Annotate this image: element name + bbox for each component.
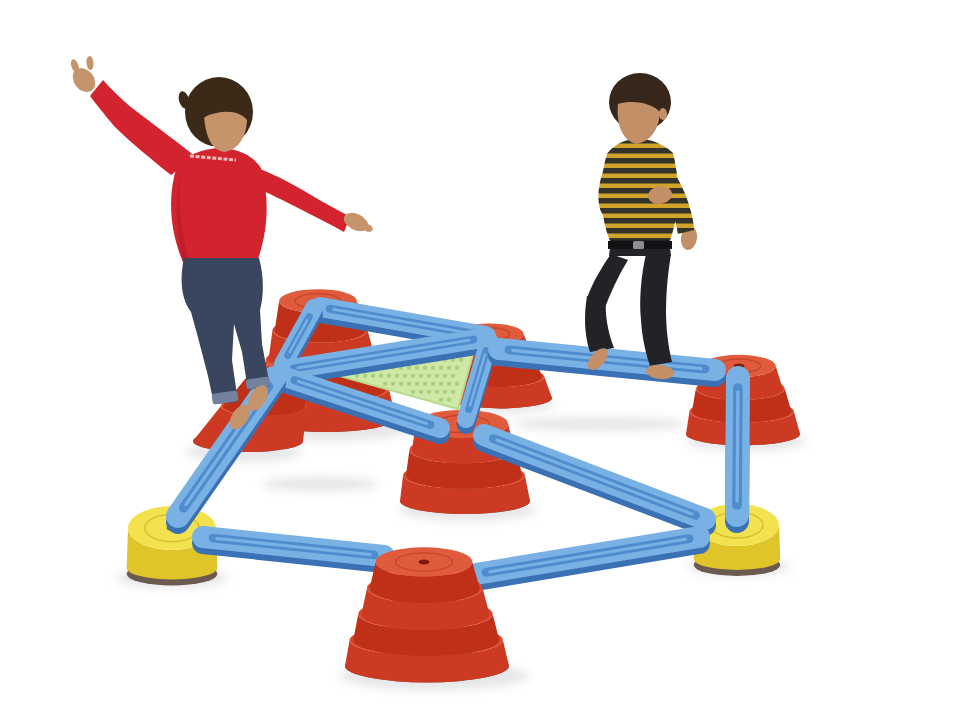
photo-canvas: [0, 0, 960, 720]
boy-belt-buckle: [633, 241, 644, 249]
girl-torso: [171, 148, 267, 262]
ground-shadow: [262, 477, 378, 491]
boy-ear: [659, 108, 667, 120]
photo-stage: [0, 0, 960, 720]
ground-shadow: [512, 417, 688, 431]
beam-right-to-rightstone: [737, 378, 738, 521]
